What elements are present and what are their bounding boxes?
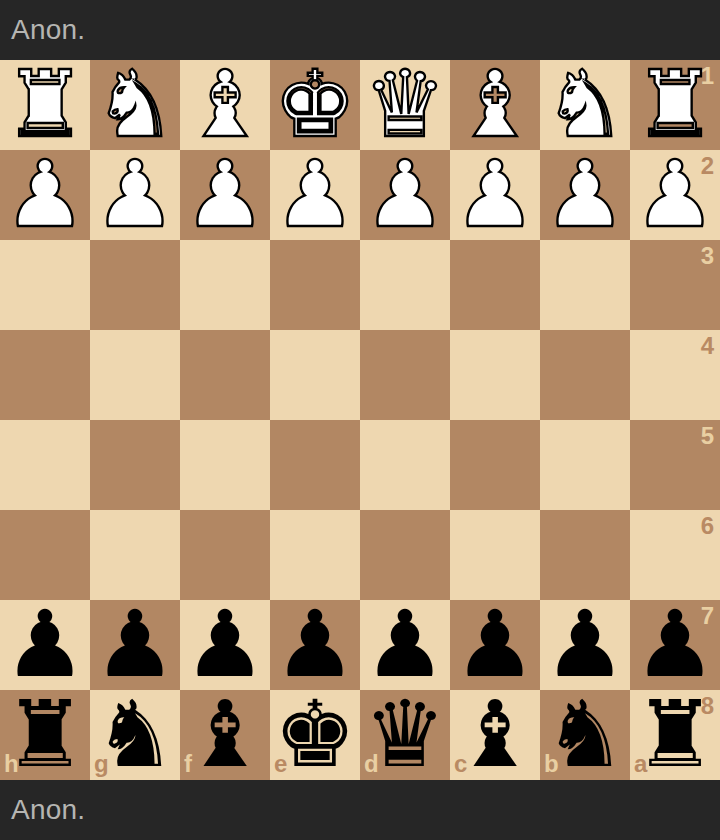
square-d7[interactable]: ♟ — [360, 600, 450, 690]
square-e7[interactable]: ♟ — [270, 600, 360, 690]
square-h2[interactable]: ♟ — [0, 150, 90, 240]
square-a7[interactable]: ♟7 — [630, 600, 720, 690]
white-pawn[interactable]: ♟ — [184, 150, 266, 240]
black-bishop[interactable]: ♝ — [184, 690, 266, 780]
square-f7[interactable]: ♟ — [180, 600, 270, 690]
player-name-bottom: Anon. — [11, 794, 85, 826]
chess-board: ♜♞♝♚♛♝♞♜1♟♟♟♟♟♟♟♟23456♟♟♟♟♟♟♟♟7♜h♞g♝f♚e♛… — [0, 60, 720, 780]
square-b7[interactable]: ♟ — [540, 600, 630, 690]
square-c7[interactable]: ♟ — [450, 600, 540, 690]
white-knight[interactable]: ♞ — [544, 60, 626, 150]
square-c5[interactable] — [450, 420, 540, 510]
rank-label-4: 4 — [701, 334, 714, 358]
black-pawn[interactable]: ♟ — [4, 600, 86, 690]
rank-label-5: 5 — [701, 424, 714, 448]
rank-label-8: 8 — [701, 694, 714, 718]
square-b1[interactable]: ♞ — [540, 60, 630, 150]
square-a5[interactable]: 5 — [630, 420, 720, 510]
white-bishop[interactable]: ♝ — [454, 60, 536, 150]
square-g2[interactable]: ♟ — [90, 150, 180, 240]
rank-label-1: 1 — [701, 64, 714, 88]
square-c3[interactable] — [450, 240, 540, 330]
square-b2[interactable]: ♟ — [540, 150, 630, 240]
square-a2[interactable]: ♟2 — [630, 150, 720, 240]
square-f5[interactable] — [180, 420, 270, 510]
black-pawn[interactable]: ♟ — [364, 600, 446, 690]
white-pawn[interactable]: ♟ — [4, 150, 86, 240]
rank-label-2: 2 — [701, 154, 714, 178]
square-c6[interactable] — [450, 510, 540, 600]
square-b8[interactable]: ♞b — [540, 690, 630, 780]
white-king[interactable]: ♚ — [274, 60, 356, 150]
white-pawn[interactable]: ♟ — [94, 150, 176, 240]
square-e2[interactable]: ♟ — [270, 150, 360, 240]
square-a3[interactable]: 3 — [630, 240, 720, 330]
rank-label-7: 7 — [701, 604, 714, 628]
square-h4[interactable] — [0, 330, 90, 420]
square-f4[interactable] — [180, 330, 270, 420]
square-c8[interactable]: ♝c — [450, 690, 540, 780]
square-a4[interactable]: 4 — [630, 330, 720, 420]
game-screen: Anon. ♜♞♝♚♛♝♞♜1♟♟♟♟♟♟♟♟23456♟♟♟♟♟♟♟♟7♜h♞… — [0, 0, 720, 840]
file-label-f: f — [184, 752, 192, 776]
player-bar-bottom: Anon. — [0, 780, 720, 840]
black-pawn[interactable]: ♟ — [544, 600, 626, 690]
square-d8[interactable]: ♛d — [360, 690, 450, 780]
square-f1[interactable]: ♝ — [180, 60, 270, 150]
black-pawn[interactable]: ♟ — [454, 600, 536, 690]
square-g3[interactable] — [90, 240, 180, 330]
square-e3[interactable] — [270, 240, 360, 330]
square-h3[interactable] — [0, 240, 90, 330]
black-pawn[interactable]: ♟ — [274, 600, 356, 690]
file-label-c: c — [454, 752, 467, 776]
rank-label-6: 6 — [701, 514, 714, 538]
square-h1[interactable]: ♜ — [0, 60, 90, 150]
square-d2[interactable]: ♟ — [360, 150, 450, 240]
square-d6[interactable] — [360, 510, 450, 600]
black-pawn[interactable]: ♟ — [184, 600, 266, 690]
square-f8[interactable]: ♝f — [180, 690, 270, 780]
white-pawn[interactable]: ♟ — [274, 150, 356, 240]
white-pawn[interactable]: ♟ — [364, 150, 446, 240]
black-pawn[interactable]: ♟ — [94, 600, 176, 690]
white-rook[interactable]: ♜ — [4, 60, 86, 150]
file-label-g: g — [94, 752, 109, 776]
square-c2[interactable]: ♟ — [450, 150, 540, 240]
white-pawn[interactable]: ♟ — [544, 150, 626, 240]
white-bishop[interactable]: ♝ — [184, 60, 266, 150]
square-g8[interactable]: ♞g — [90, 690, 180, 780]
square-b5[interactable] — [540, 420, 630, 510]
square-e5[interactable] — [270, 420, 360, 510]
file-label-b: b — [544, 752, 559, 776]
rank-label-3: 3 — [701, 244, 714, 268]
square-f3[interactable] — [180, 240, 270, 330]
square-e1[interactable]: ♚ — [270, 60, 360, 150]
square-a1[interactable]: ♜1 — [630, 60, 720, 150]
square-a8[interactable]: ♜8a — [630, 690, 720, 780]
square-c4[interactable] — [450, 330, 540, 420]
square-c1[interactable]: ♝ — [450, 60, 540, 150]
square-b6[interactable] — [540, 510, 630, 600]
square-h6[interactable] — [0, 510, 90, 600]
file-label-a: a — [634, 752, 647, 776]
square-d4[interactable] — [360, 330, 450, 420]
square-g6[interactable] — [90, 510, 180, 600]
square-g4[interactable] — [90, 330, 180, 420]
file-label-e: e — [274, 752, 287, 776]
file-label-d: d — [364, 752, 379, 776]
white-pawn[interactable]: ♟ — [454, 150, 536, 240]
square-d1[interactable]: ♛ — [360, 60, 450, 150]
square-g5[interactable] — [90, 420, 180, 510]
square-h8[interactable]: ♜h — [0, 690, 90, 780]
square-d5[interactable] — [360, 420, 450, 510]
player-name-top: Anon. — [11, 14, 85, 46]
square-f6[interactable] — [180, 510, 270, 600]
square-h7[interactable]: ♟ — [0, 600, 90, 690]
square-f2[interactable]: ♟ — [180, 150, 270, 240]
white-knight[interactable]: ♞ — [94, 60, 176, 150]
square-b3[interactable] — [540, 240, 630, 330]
square-g1[interactable]: ♞ — [90, 60, 180, 150]
square-h5[interactable] — [0, 420, 90, 510]
square-g7[interactable]: ♟ — [90, 600, 180, 690]
square-e4[interactable] — [270, 330, 360, 420]
white-queen[interactable]: ♛ — [364, 60, 446, 150]
square-d3[interactable] — [360, 240, 450, 330]
square-e6[interactable] — [270, 510, 360, 600]
square-e8[interactable]: ♚e — [270, 690, 360, 780]
file-label-h: h — [4, 752, 19, 776]
square-a6[interactable]: 6 — [630, 510, 720, 600]
square-b4[interactable] — [540, 330, 630, 420]
